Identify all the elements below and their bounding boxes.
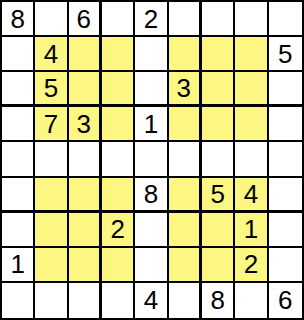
cell-r8c2[interactable]: [35, 248, 68, 283]
cell-r6c4[interactable]: [102, 178, 135, 213]
cell-r4c5[interactable]: 1: [135, 107, 168, 142]
cell-r2c8[interactable]: [235, 37, 268, 72]
cell-r8c9[interactable]: [269, 248, 302, 283]
cell-r8c7[interactable]: [202, 248, 235, 283]
cell-r9c8[interactable]: [235, 283, 268, 318]
cell-r4c8[interactable]: [235, 107, 268, 142]
cell-r2c4[interactable]: [102, 37, 135, 72]
cell-r4c1[interactable]: [2, 107, 35, 142]
cell-r9c1[interactable]: [2, 283, 35, 318]
cell-r7c7[interactable]: [202, 213, 235, 248]
cell-r5c2[interactable]: [35, 142, 68, 177]
cell-r1c1[interactable]: 8: [2, 2, 35, 37]
cell-r5c3[interactable]: [69, 142, 102, 177]
cell-r9c9[interactable]: 6: [269, 283, 302, 318]
cell-r9c7[interactable]: 8: [202, 283, 235, 318]
cell-r5c8[interactable]: [235, 142, 268, 177]
cell-r3c3[interactable]: [69, 72, 102, 107]
cell-r6c5[interactable]: 8: [135, 178, 168, 213]
cell-r2c9[interactable]: 5: [269, 37, 302, 72]
cell-r1c2[interactable]: [35, 2, 68, 37]
cell-r6c3[interactable]: [69, 178, 102, 213]
cell-r3c5[interactable]: [135, 72, 168, 107]
cell-r2c7[interactable]: [202, 37, 235, 72]
cell-r2c5[interactable]: [135, 37, 168, 72]
cell-r5c9[interactable]: [269, 142, 302, 177]
cell-r1c3[interactable]: 6: [69, 2, 102, 37]
cell-r2c2[interactable]: 4: [35, 37, 68, 72]
cell-r8c5[interactable]: [135, 248, 168, 283]
cell-r3c4[interactable]: [102, 72, 135, 107]
cell-r7c3[interactable]: [69, 213, 102, 248]
cell-r2c1[interactable]: [2, 37, 35, 72]
cell-r5c5[interactable]: [135, 142, 168, 177]
cell-r1c8[interactable]: [235, 2, 268, 37]
cell-r9c6[interactable]: [169, 283, 202, 318]
cell-r3c6[interactable]: 3: [169, 72, 202, 107]
cell-r5c7[interactable]: [202, 142, 235, 177]
cell-r7c2[interactable]: [35, 213, 68, 248]
cell-r1c7[interactable]: [202, 2, 235, 37]
cell-r7c6[interactable]: [169, 213, 202, 248]
cell-r1c4[interactable]: [102, 2, 135, 37]
cell-r5c1[interactable]: [2, 142, 35, 177]
cell-r6c7[interactable]: 5: [202, 178, 235, 213]
cell-r6c2[interactable]: [35, 178, 68, 213]
cell-r3c7[interactable]: [202, 72, 235, 107]
cell-r4c6[interactable]: [169, 107, 202, 142]
cell-r3c1[interactable]: [2, 72, 35, 107]
cell-r7c5[interactable]: [135, 213, 168, 248]
cell-r8c4[interactable]: [102, 248, 135, 283]
cell-r9c2[interactable]: [35, 283, 68, 318]
cell-r7c4[interactable]: 2: [102, 213, 135, 248]
cell-r5c4[interactable]: [102, 142, 135, 177]
cell-r1c9[interactable]: [269, 2, 302, 37]
cell-r4c9[interactable]: [269, 107, 302, 142]
cell-r7c1[interactable]: [2, 213, 35, 248]
cell-r8c3[interactable]: [69, 248, 102, 283]
cell-r9c5[interactable]: 4: [135, 283, 168, 318]
cell-r3c2[interactable]: 5: [35, 72, 68, 107]
cell-r2c6[interactable]: [169, 37, 202, 72]
cell-r7c9[interactable]: [269, 213, 302, 248]
cell-r8c8[interactable]: 2: [235, 248, 268, 283]
cell-r2c3[interactable]: [69, 37, 102, 72]
cell-r6c6[interactable]: [169, 178, 202, 213]
cell-r1c5[interactable]: 2: [135, 2, 168, 37]
cell-r6c9[interactable]: [269, 178, 302, 213]
cell-r6c1[interactable]: [2, 178, 35, 213]
cell-r4c7[interactable]: [202, 107, 235, 142]
cell-r5c6[interactable]: [169, 142, 202, 177]
cell-r6c8[interactable]: 4: [235, 178, 268, 213]
cell-r8c6[interactable]: [169, 248, 202, 283]
cell-r9c4[interactable]: [102, 283, 135, 318]
cell-r4c3[interactable]: 3: [69, 107, 102, 142]
cell-r4c4[interactable]: [102, 107, 135, 142]
cell-r3c9[interactable]: [269, 72, 302, 107]
cell-r7c8[interactable]: 1: [235, 213, 268, 248]
sudoku-board: 86245537318542112486: [0, 0, 304, 320]
cell-r9c3[interactable]: [69, 283, 102, 318]
cell-r4c2[interactable]: 7: [35, 107, 68, 142]
cell-r8c1[interactable]: 1: [2, 248, 35, 283]
cell-r3c8[interactable]: [235, 72, 268, 107]
cell-r1c6[interactable]: [169, 2, 202, 37]
